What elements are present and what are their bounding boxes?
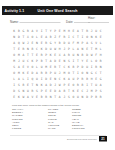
hour-field: Hour: (88, 16, 115, 23)
instructions-text: Find and circle each of the hidden words… (12, 103, 79, 106)
grid-cell-11-19: R (98, 94, 103, 100)
page-title: Unit One Word Search (2, 9, 113, 13)
word-list-column-2: PLANETORBITSOLIDLIQUIDGASVOLUMEMASS (48, 108, 59, 130)
footer-rule (10, 135, 106, 136)
date-field: Date: (66, 19, 90, 23)
name-label: Name: (10, 20, 19, 23)
word-list-column-1: GRAVITYENERGYMATTERMOTIONATOMCELLFORCE (12, 108, 23, 130)
name-field: Name: (10, 19, 61, 23)
worksheet-page: Activity 1.1 Unit One Word Search Name: … (0, 0, 115, 150)
date-label: Date: (66, 20, 73, 23)
hour-blank-line (88, 19, 109, 23)
word-list-item: FORCE (12, 126, 23, 129)
word-list-item: MASS (48, 126, 59, 129)
header-bar: Activity 1.1 Unit One Word Search (2, 6, 113, 15)
footer-credit: Exploring Physical Science (67, 137, 97, 140)
page-number-badge: 21 (99, 136, 107, 142)
student-fields: Name: Date: Hour: (0, 18, 115, 23)
word-list-item: FRICTION (72, 126, 85, 129)
wordsearch-grid: KBGRAVITYPEMHEATRJUCNDTXOLEABZFRICTIONKE… (12, 28, 103, 100)
word-list-column-3: SPEEDLIGHTSOUNDHEATWAVEDENSITYFRICTION (72, 108, 85, 130)
name-blank-line (20, 19, 61, 23)
